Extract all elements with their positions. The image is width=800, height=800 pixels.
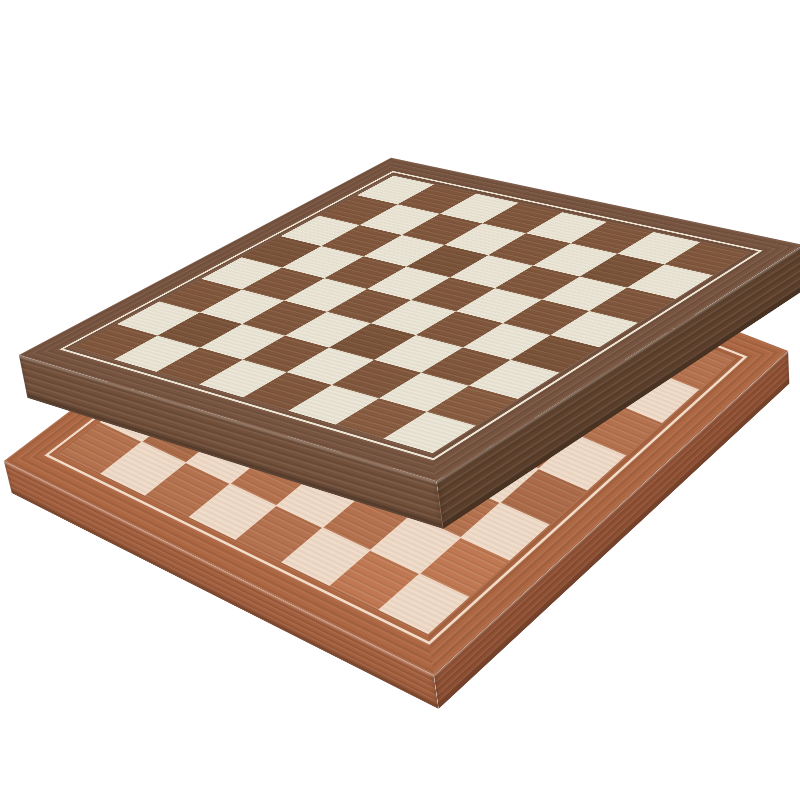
square (199, 360, 287, 398)
square (542, 276, 627, 311)
square (375, 335, 463, 372)
square (243, 372, 332, 411)
square (289, 385, 379, 425)
square (627, 264, 712, 298)
square (379, 372, 469, 411)
square (416, 311, 503, 347)
square (287, 347, 375, 384)
upper-chess-board (95, 0, 727, 616)
square (114, 336, 199, 372)
square (510, 335, 599, 373)
square (383, 412, 476, 454)
square (421, 347, 510, 385)
product-photo-stage (0, 0, 800, 800)
square (200, 324, 285, 360)
square (427, 385, 518, 425)
upper-board-perspective (95, 0, 727, 616)
square (243, 335, 330, 372)
square (503, 299, 590, 335)
square (462, 323, 550, 360)
square (285, 312, 370, 348)
square (329, 323, 416, 359)
square (156, 347, 243, 384)
square (332, 360, 421, 398)
square (550, 311, 638, 347)
square (589, 287, 676, 322)
square (335, 398, 426, 439)
square (469, 360, 559, 399)
square (456, 288, 541, 323)
square (371, 300, 456, 335)
